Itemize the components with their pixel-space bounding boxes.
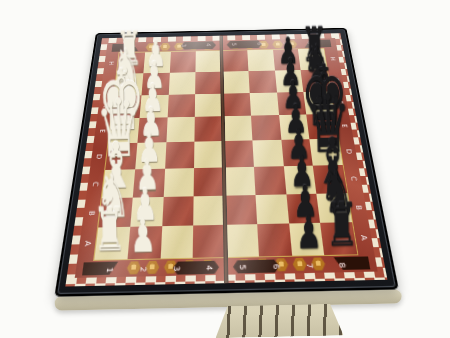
piece-cell (223, 140, 253, 167)
honeycomb-chip-icon (201, 260, 215, 273)
piece-cell (194, 141, 224, 168)
coordinate-number: 4 (205, 35, 212, 55)
piece-cell (250, 92, 279, 116)
piece-cell (194, 116, 223, 141)
chess-set-photo: 12345678 12345678 HGFEDCBA HGFEDCBA ♜♟♟♜… (0, 0, 450, 338)
piece-cell (222, 70, 250, 93)
coordinate-number: 6 (255, 34, 264, 54)
piece-cell (225, 225, 259, 258)
honeycomb-motif-bottom-left (126, 260, 214, 275)
honeycomb-chip-icon (145, 261, 160, 274)
coordinate-number: 7 (280, 34, 289, 54)
piece-cell (248, 70, 277, 93)
piece-cell (225, 195, 258, 226)
piece-cell (257, 225, 292, 258)
handle-hexagon-icon (173, 261, 220, 275)
white-pawn: ♟ (129, 213, 155, 259)
black-pawn: ♟ (295, 209, 321, 255)
board-scene: 12345678 12345678 HGFEDCBA HGFEDCBA ♜♟♟♜… (54, 28, 398, 297)
piece-cell: ♜ (93, 228, 129, 261)
corner-wedge-icon (82, 262, 118, 276)
honeycomb-chip-icon (237, 259, 251, 272)
piece-cell (168, 71, 196, 94)
honeycomb-chip-icon (126, 261, 141, 274)
coordinate-number: 5 (230, 35, 238, 55)
piece-cell (195, 93, 223, 117)
honeycomb-chip-icon (164, 260, 178, 273)
piece-cell (251, 115, 281, 140)
corner-wedge-icon (334, 256, 371, 270)
piece-cell (163, 168, 194, 197)
piece-cell (159, 227, 193, 260)
piece-cell (193, 226, 226, 259)
honeycomb-chip-icon (292, 258, 307, 271)
honeycomb-chip-icon (255, 259, 270, 272)
piece-cell (254, 166, 287, 195)
honeycomb-motif-bottom-right (237, 257, 326, 272)
piece-cell: ♜ (321, 223, 358, 256)
piece-cell (223, 116, 253, 141)
piece-cell (224, 167, 256, 196)
coordinate-number: 3 (180, 36, 188, 56)
coordinate-letter: H (319, 54, 346, 63)
board-pieces: ♜♟♟♜♞♟♟♞♝♟♟♝♚♟♟♚♛♟♟♛♝♟♟♝♞♟♟♞♜♟♟♜ (93, 48, 359, 261)
piece-cell (256, 194, 290, 225)
piece-cell (193, 196, 225, 227)
black-rook: ♜ (324, 195, 358, 255)
coordinate-number: 2 (154, 36, 162, 56)
honeycomb-chip-icon (274, 258, 289, 271)
honeycomb-chip-icon (182, 260, 196, 273)
piece-cell (194, 167, 225, 196)
piece-cell (161, 196, 193, 227)
piece-cell (165, 117, 194, 142)
chess-board: 12345678 12345678 HGFEDCBA HGFEDCBA ♜♟♟♜… (54, 28, 398, 297)
handle-hexagon-icon (233, 259, 280, 273)
honeycomb-chip-icon (310, 257, 325, 270)
piece-cell (195, 71, 222, 94)
coordinate-letter: H (97, 59, 124, 68)
piece-cell: ♟ (289, 224, 325, 257)
board-print: 12345678 12345678 HGFEDCBA HGFEDCBA ♜♟♟♜… (65, 33, 387, 286)
stand-pedestal (215, 304, 344, 338)
piece-cell: ♟ (126, 227, 161, 260)
white-rook: ♜ (92, 200, 126, 260)
